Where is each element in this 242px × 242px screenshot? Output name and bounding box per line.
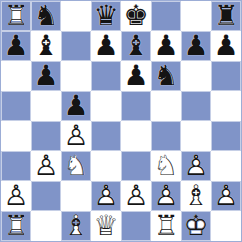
white-pawn-fill: ♟ <box>91 181 121 211</box>
square-c4[interactable]: ♟♙ <box>61 121 91 151</box>
black-bishop-b7: ♝ <box>31 31 61 61</box>
white-bishop-g2: ♗ <box>181 181 211 211</box>
white-rook-a8: ♖ <box>1 1 31 31</box>
white-pawn-f2: ♙ <box>151 181 181 211</box>
square-h3[interactable] <box>211 151 241 181</box>
square-e7[interactable]: ♝ <box>121 31 151 61</box>
black-queen-d8: ♛ <box>91 1 121 31</box>
square-f8[interactable] <box>151 1 181 31</box>
square-b4[interactable] <box>31 121 61 151</box>
black-bishop-e7: ♝ <box>121 31 151 61</box>
square-g8[interactable] <box>181 1 211 31</box>
square-f3[interactable]: ♞♘ <box>151 151 181 181</box>
white-rook-a1: ♖ <box>1 211 31 241</box>
white-pawn-fill: ♟ <box>211 181 241 211</box>
square-f2[interactable]: ♟♙ <box>151 181 181 211</box>
square-e8[interactable]: ♚ <box>121 1 151 31</box>
white-rook-fill: ♜ <box>1 1 31 31</box>
white-knight-fill: ♞ <box>151 151 181 181</box>
white-king-fill: ♚ <box>181 211 211 241</box>
square-a6[interactable] <box>1 61 31 91</box>
square-h7[interactable]: ♟ <box>211 31 241 61</box>
white-pawn-c4: ♙ <box>61 121 91 151</box>
square-g5[interactable] <box>181 91 211 121</box>
chess-board: ♜♖♞♛♚♜♟♝♟♝♟♟♟♟♟♞♟♟♙♟♙♞♘♞♘♟♙♟♙♟♙♟♙♟♙♝♗♟♙♜… <box>0 0 242 242</box>
black-pawn-f7: ♟ <box>151 31 181 61</box>
square-d6[interactable] <box>91 61 121 91</box>
black-pawn-c5: ♟ <box>61 91 91 121</box>
square-c3[interactable]: ♞♘ <box>61 151 91 181</box>
square-e2[interactable]: ♟♙ <box>121 181 151 211</box>
square-a7[interactable]: ♟ <box>1 31 31 61</box>
white-pawn-fill: ♟ <box>181 151 211 181</box>
square-b6[interactable]: ♟ <box>31 61 61 91</box>
square-d5[interactable] <box>91 91 121 121</box>
square-c6[interactable] <box>61 61 91 91</box>
square-h6[interactable] <box>211 61 241 91</box>
black-pawn-a7: ♟ <box>1 31 31 61</box>
square-g4[interactable] <box>181 121 211 151</box>
square-d2[interactable]: ♟♙ <box>91 181 121 211</box>
white-rook-fill: ♜ <box>1 211 31 241</box>
white-bishop-fill: ♝ <box>181 181 211 211</box>
white-knight-f3: ♘ <box>151 151 181 181</box>
square-c8[interactable] <box>61 1 91 31</box>
black-rook-h8: ♜ <box>211 1 241 31</box>
square-b5[interactable] <box>31 91 61 121</box>
square-d8[interactable]: ♛ <box>91 1 121 31</box>
square-g3[interactable]: ♟♙ <box>181 151 211 181</box>
square-f6[interactable]: ♞ <box>151 61 181 91</box>
black-knight-f6: ♞ <box>151 61 181 91</box>
square-h1[interactable] <box>211 211 241 241</box>
square-c2[interactable] <box>61 181 91 211</box>
square-b7[interactable]: ♝ <box>31 31 61 61</box>
white-pawn-fill: ♟ <box>1 181 31 211</box>
white-rook-f1: ♖ <box>151 211 181 241</box>
black-pawn-b6: ♟ <box>31 61 61 91</box>
square-c5[interactable]: ♟ <box>61 91 91 121</box>
black-pawn-d7: ♟ <box>91 31 121 61</box>
square-e3[interactable] <box>121 151 151 181</box>
square-d7[interactable]: ♟ <box>91 31 121 61</box>
square-d1[interactable]: ♛♕ <box>91 211 121 241</box>
square-b1[interactable] <box>31 211 61 241</box>
square-d3[interactable] <box>91 151 121 181</box>
square-f7[interactable]: ♟ <box>151 31 181 61</box>
white-queen-d1: ♕ <box>91 211 121 241</box>
square-c7[interactable] <box>61 31 91 61</box>
square-a8[interactable]: ♜♖ <box>1 1 31 31</box>
square-e6[interactable]: ♟ <box>121 61 151 91</box>
white-bishop-fill: ♝ <box>61 211 91 241</box>
square-h4[interactable] <box>211 121 241 151</box>
white-pawn-fill: ♟ <box>61 121 91 151</box>
white-knight-fill: ♞ <box>61 151 91 181</box>
square-g6[interactable] <box>181 61 211 91</box>
square-h8[interactable]: ♜ <box>211 1 241 31</box>
square-a2[interactable]: ♟♙ <box>1 181 31 211</box>
square-c1[interactable]: ♝♗ <box>61 211 91 241</box>
white-pawn-fill: ♟ <box>151 181 181 211</box>
black-pawn-e6: ♟ <box>121 61 151 91</box>
black-pawn-g7: ♟ <box>181 31 211 61</box>
white-knight-c3: ♘ <box>61 151 91 181</box>
white-king-g1: ♔ <box>181 211 211 241</box>
white-queen-fill: ♛ <box>91 211 121 241</box>
white-pawn-b3: ♙ <box>31 151 61 181</box>
white-pawn-d2: ♙ <box>91 181 121 211</box>
white-pawn-a2: ♙ <box>1 181 31 211</box>
white-bishop-c1: ♗ <box>61 211 91 241</box>
square-f1[interactable]: ♜♖ <box>151 211 181 241</box>
square-e5[interactable] <box>121 91 151 121</box>
square-g2[interactable]: ♝♗ <box>181 181 211 211</box>
square-f4[interactable] <box>151 121 181 151</box>
square-g7[interactable]: ♟ <box>181 31 211 61</box>
square-b2[interactable] <box>31 181 61 211</box>
white-pawn-h2: ♙ <box>211 181 241 211</box>
square-b3[interactable]: ♟♙ <box>31 151 61 181</box>
square-a4[interactable] <box>1 121 31 151</box>
square-a1[interactable]: ♜♖ <box>1 211 31 241</box>
square-e1[interactable] <box>121 211 151 241</box>
square-a3[interactable] <box>1 151 31 181</box>
square-h2[interactable]: ♟♙ <box>211 181 241 211</box>
black-pawn-h7: ♟ <box>211 31 241 61</box>
black-king-e8: ♚ <box>121 1 151 31</box>
square-f5[interactable] <box>151 91 181 121</box>
square-h5[interactable] <box>211 91 241 121</box>
square-b8[interactable]: ♞ <box>31 1 61 31</box>
black-knight-b8: ♞ <box>31 1 61 31</box>
square-e4[interactable] <box>121 121 151 151</box>
square-d4[interactable] <box>91 121 121 151</box>
white-rook-fill: ♜ <box>151 211 181 241</box>
white-pawn-e2: ♙ <box>121 181 151 211</box>
white-pawn-fill: ♟ <box>121 181 151 211</box>
white-pawn-g3: ♙ <box>181 151 211 181</box>
square-g1[interactable]: ♚♔ <box>181 211 211 241</box>
white-pawn-fill: ♟ <box>31 151 61 181</box>
square-a5[interactable] <box>1 91 31 121</box>
